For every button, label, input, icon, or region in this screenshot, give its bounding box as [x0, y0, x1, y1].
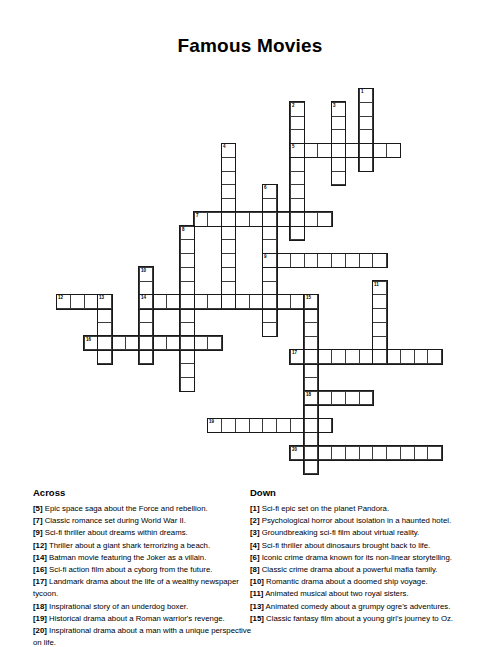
grid-cell[interactable]	[372, 322, 387, 337]
grid-cell[interactable]	[166, 294, 181, 309]
clue-item-number: [9]	[33, 528, 43, 537]
grid-cell[interactable]	[180, 294, 195, 309]
clue-item-number: [15]	[250, 614, 264, 623]
down-clue-list: [1] Sci-fi epic set on the planet Pandor…	[250, 503, 482, 625]
clue-number: 9	[264, 254, 267, 259]
grid-cell[interactable]	[317, 418, 332, 433]
grid-cell[interactable]	[97, 322, 112, 337]
clue-number: 3	[333, 103, 336, 108]
grid-cell[interactable]	[359, 102, 374, 117]
grid-cell[interactable]	[290, 226, 305, 241]
clue-item: [18] Inspirational story of an underdog …	[33, 601, 252, 613]
grid-cell[interactable]: 15	[304, 294, 319, 309]
grid-cell[interactable]	[317, 253, 332, 268]
grid-cell[interactable]	[221, 267, 236, 282]
down-header: Down	[250, 487, 482, 498]
grid-cell[interactable]	[304, 212, 319, 227]
grid-cell[interactable]	[331, 129, 346, 144]
clue-number: 10	[141, 268, 146, 273]
clue-item-number: [1]	[250, 504, 260, 513]
grid-cell[interactable]	[400, 446, 415, 461]
grid-cell[interactable]	[290, 212, 305, 227]
grid-cell[interactable]	[290, 294, 305, 309]
grid-cell[interactable]	[290, 198, 305, 213]
grid-cell[interactable]	[180, 336, 195, 351]
clue-number: 17	[292, 350, 297, 355]
grid-cell[interactable]	[290, 157, 305, 172]
grid-cell[interactable]	[359, 349, 374, 364]
clue-item-number: [19]	[33, 614, 47, 623]
clue-item-number: [2]	[250, 516, 260, 525]
grid-cell[interactable]	[290, 171, 305, 186]
grid-cell[interactable]	[331, 253, 346, 268]
grid-cell[interactable]	[345, 143, 360, 158]
grid-cell[interactable]	[125, 336, 140, 351]
grid-cell[interactable]	[180, 253, 195, 268]
clue-item: [11] Animated musical about two royal si…	[250, 588, 482, 600]
grid-cell[interactable]	[207, 294, 222, 309]
clue-number: 2	[292, 103, 295, 108]
grid-cell[interactable]: 9	[262, 253, 277, 268]
grid-cell[interactable]: 1	[359, 88, 374, 103]
grid-cell[interactable]	[276, 253, 291, 268]
grid-cell[interactable]	[262, 322, 277, 337]
grid-cell[interactable]	[221, 294, 236, 309]
grid-cell[interactable]	[304, 349, 319, 364]
clue-item-number: [10]	[250, 577, 264, 586]
across-clues-section: Across [5] Epic space saga about the For…	[33, 487, 252, 647]
clue-item: [1] Sci-fi epic set on the planet Pandor…	[250, 503, 482, 515]
clue-number: 12	[58, 295, 63, 300]
grid-cell[interactable]	[386, 349, 401, 364]
grid-cell[interactable]: 19	[207, 418, 222, 433]
grid-cell[interactable]	[331, 446, 346, 461]
clue-item-number: [7]	[33, 516, 43, 525]
grid-cell[interactable]	[359, 157, 374, 172]
grid-cell[interactable]	[84, 294, 99, 309]
clue-number: 15	[306, 295, 311, 300]
grid-cell[interactable]	[180, 267, 195, 282]
clue-number: 13	[99, 295, 104, 300]
grid-cell[interactable]	[331, 116, 346, 131]
clue-item: [8] Classic crime drama about a powerful…	[250, 564, 482, 576]
grid-cell[interactable]	[304, 308, 319, 323]
clue-number: 20	[292, 447, 297, 452]
grid-cell[interactable]	[414, 446, 429, 461]
clue-number: 16	[86, 337, 91, 342]
clue-item: [6] Iconic crime drama known for its non…	[250, 552, 482, 564]
grid-cell[interactable]	[262, 212, 277, 227]
clue-number: 18	[306, 392, 311, 397]
grid-cell[interactable]	[262, 198, 277, 213]
grid-cell[interactable]	[221, 184, 236, 199]
grid-cell[interactable]	[262, 267, 277, 282]
clue-item-number: [20]	[33, 626, 47, 635]
grid-cell[interactable]	[221, 212, 236, 227]
grid-cell[interactable]	[139, 322, 154, 337]
grid-cell[interactable]	[221, 239, 236, 254]
grid-cell[interactable]: 6	[262, 184, 277, 199]
grid-cell[interactable]	[345, 391, 360, 406]
clue-number: 19	[209, 419, 214, 424]
grid-cell[interactable]	[290, 116, 305, 131]
grid-cell[interactable]	[427, 349, 442, 364]
grid-cell[interactable]	[139, 281, 154, 296]
grid-cell[interactable]	[345, 253, 360, 268]
clue-item-number: [17]	[33, 577, 47, 586]
clue-item: [20] Inspirational drama about a man wit…	[33, 625, 252, 647]
clue-item: [17] Landmark drama about the life of a …	[33, 576, 252, 600]
grid-cell[interactable]	[386, 446, 401, 461]
grid-cell[interactable]	[304, 322, 319, 337]
grid-cell[interactable]	[317, 349, 332, 364]
grid-cell[interactable]	[372, 253, 387, 268]
grid-cell[interactable]	[249, 212, 264, 227]
down-clues-section: Down [1] Sci-fi epic set on the planet P…	[250, 487, 482, 625]
clue-number: 14	[141, 295, 146, 300]
grid-cell[interactable]	[372, 336, 387, 351]
grid-cell[interactable]	[304, 418, 319, 433]
across-header: Across	[33, 487, 252, 498]
clue-item: [12] Thriller about a giant shark terror…	[33, 540, 252, 552]
grid-cell[interactable]	[221, 226, 236, 241]
clue-item: [7] Classic romance set during World War…	[33, 515, 252, 527]
clue-item: [19] Historical drama about a Roman warr…	[33, 613, 252, 625]
clue-item-number: [3]	[250, 528, 260, 537]
grid-cell[interactable]	[221, 281, 236, 296]
grid-cell[interactable]	[139, 336, 154, 351]
grid-cell[interactable]	[235, 294, 250, 309]
clue-item-number: [12]	[33, 541, 47, 550]
grid-cell[interactable]: 12	[56, 294, 71, 309]
clue-item: [13] Animated comedy about a grumpy ogre…	[250, 601, 482, 613]
grid-cell[interactable]	[359, 391, 374, 406]
grid-cell[interactable]	[180, 239, 195, 254]
grid-cell[interactable]	[249, 294, 264, 309]
clue-item: [15] Classic fantasy film about a young …	[250, 613, 482, 625]
grid-cell[interactable]	[304, 253, 319, 268]
grid-cell[interactable]	[262, 308, 277, 323]
clue-item-number: [4]	[250, 541, 260, 550]
grid-cell[interactable]	[331, 157, 346, 172]
grid-cell[interactable]	[331, 349, 346, 364]
grid-cell[interactable]	[331, 391, 346, 406]
grid-cell[interactable]	[304, 143, 319, 158]
grid-cell[interactable]	[427, 446, 442, 461]
grid-cell[interactable]	[139, 308, 154, 323]
clue-item-number: [16]	[33, 565, 47, 574]
grid-cell[interactable]: 16	[84, 336, 99, 351]
grid-cell[interactable]	[317, 212, 332, 227]
grid-cell[interactable]	[221, 253, 236, 268]
grid-cell[interactable]	[194, 294, 209, 309]
grid-cell[interactable]	[262, 226, 277, 241]
clue-item-number: [14]	[33, 553, 47, 562]
grid-cell[interactable]	[290, 129, 305, 144]
clue-number: 8	[182, 227, 185, 232]
clue-item-number: [18]	[33, 602, 47, 611]
grid-cell[interactable]	[359, 116, 374, 131]
clue-number: 11	[374, 282, 379, 287]
clue-number: 5	[292, 144, 295, 149]
clue-number: 4	[223, 144, 226, 149]
grid-cell[interactable]	[372, 308, 387, 323]
clue-item: [9] Sci-fi thriller about dreams within …	[33, 527, 252, 539]
grid-cell[interactable]: 3	[331, 102, 346, 117]
grid-cell[interactable]	[345, 446, 360, 461]
grid-cell[interactable]	[152, 336, 167, 351]
grid-cell[interactable]	[331, 143, 346, 158]
grid-cell[interactable]	[359, 143, 374, 158]
clue-number: 1	[361, 89, 364, 94]
grid-cell[interactable]	[290, 253, 305, 268]
grid-cell[interactable]	[317, 446, 332, 461]
grid-cell[interactable]	[262, 281, 277, 296]
grid-cell[interactable]	[290, 184, 305, 199]
grid-cell[interactable]	[304, 336, 319, 351]
grid-cell[interactable]	[194, 336, 209, 351]
grid-cell[interactable]	[400, 349, 415, 364]
grid-cell[interactable]	[276, 418, 291, 433]
grid-cell[interactable]	[221, 157, 236, 172]
grid-cell[interactable]	[166, 336, 181, 351]
grid-cell[interactable]: 11	[372, 281, 387, 296]
clue-item: [16] Sci-fi action film about a cyborg f…	[33, 564, 252, 576]
clue-item-number: [5]	[33, 504, 43, 513]
grid-cell[interactable]	[331, 171, 346, 186]
grid-cell[interactable]	[345, 349, 360, 364]
grid-cell[interactable]	[180, 281, 195, 296]
grid-cell[interactable]	[262, 418, 277, 433]
grid-cell[interactable]	[372, 349, 387, 364]
grid-cell[interactable]: 2	[290, 102, 305, 117]
grid-cell[interactable]	[317, 391, 332, 406]
grid-cell[interactable]	[372, 143, 387, 158]
grid-cell[interactable]	[180, 363, 195, 378]
grid-cell[interactable]: 18	[304, 391, 319, 406]
grid-cell[interactable]	[70, 294, 85, 309]
grid-cell[interactable]	[221, 418, 236, 433]
grid-cell[interactable]	[304, 377, 319, 392]
clue-item-number: [8]	[250, 565, 260, 574]
grid-cell[interactable]	[221, 198, 236, 213]
grid-cell[interactable]	[152, 294, 167, 309]
crossword-grid: 1234567891011121314151617181920	[56, 88, 441, 473]
grid-cell[interactable]	[414, 349, 429, 364]
clue-item-number: [13]	[250, 602, 264, 611]
grid-cell[interactable]: 8	[180, 226, 195, 241]
grid-cell[interactable]	[235, 418, 250, 433]
grid-cell[interactable]	[139, 349, 154, 364]
clue-number: 7	[196, 213, 199, 218]
grid-cell[interactable]	[180, 377, 195, 392]
grid-cell[interactable]	[180, 308, 195, 323]
grid-cell[interactable]	[304, 404, 319, 419]
grid-cell[interactable]: 20	[290, 446, 305, 461]
grid-cell[interactable]	[262, 294, 277, 309]
clue-item: [2] Psychological horror about isolation…	[250, 515, 482, 527]
clue-item-number: [11]	[250, 589, 263, 598]
grid-cell[interactable]: 5	[290, 143, 305, 158]
grid-cell[interactable]: 13	[97, 294, 112, 309]
grid-cell[interactable]: 17	[290, 349, 305, 364]
clue-item: [14] Batman movie featuring the Joker as…	[33, 552, 252, 564]
grid-cell[interactable]	[180, 322, 195, 337]
grid-cell[interactable]	[97, 336, 112, 351]
grid-cell[interactable]	[359, 446, 374, 461]
grid-cell[interactable]	[111, 336, 126, 351]
grid-cell[interactable]	[359, 129, 374, 144]
grid-cell[interactable]	[304, 363, 319, 378]
grid-cell[interactable]	[221, 171, 236, 186]
grid-cell[interactable]	[207, 336, 222, 351]
grid-cell[interactable]	[304, 446, 319, 461]
grid-cell[interactable]	[372, 294, 387, 309]
page-title: Famous Movies	[0, 35, 500, 57]
across-clue-list: [5] Epic space saga about the Force and …	[33, 503, 252, 647]
grid-cell[interactable]: 4	[221, 143, 236, 158]
clue-number: 6	[264, 185, 267, 190]
clue-item: [5] Epic space saga about the Force and …	[33, 503, 252, 515]
grid-cell[interactable]	[304, 459, 319, 474]
clue-item: [4] Sci-fi thriller about dinosaurs brou…	[250, 540, 482, 552]
grid-cell[interactable]: 10	[139, 267, 154, 282]
grid-cell[interactable]	[180, 349, 195, 364]
grid-cell[interactable]	[249, 418, 264, 433]
grid-cell[interactable]	[276, 212, 291, 227]
grid-cell[interactable]	[262, 239, 277, 254]
grid-cell[interactable]	[207, 212, 222, 227]
grid-cell[interactable]: 7	[194, 212, 209, 227]
grid-cell[interactable]	[317, 143, 332, 158]
clue-item: [3] Groundbreaking sci-fi film about vir…	[250, 527, 482, 539]
grid-cell[interactable]	[359, 253, 374, 268]
grid-cell[interactable]	[290, 418, 305, 433]
grid-cell[interactable]	[372, 446, 387, 461]
grid-cell[interactable]	[304, 432, 319, 447]
grid-cell[interactable]	[386, 143, 401, 158]
grid-cell[interactable]	[235, 212, 250, 227]
grid-cell[interactable]	[276, 294, 291, 309]
grid-cell[interactable]	[97, 308, 112, 323]
grid-cell[interactable]	[97, 349, 112, 364]
grid-cell[interactable]: 14	[139, 294, 154, 309]
clue-item-number: [6]	[250, 553, 260, 562]
clue-item: [10] Romantic drama about a doomed ship …	[250, 576, 482, 588]
